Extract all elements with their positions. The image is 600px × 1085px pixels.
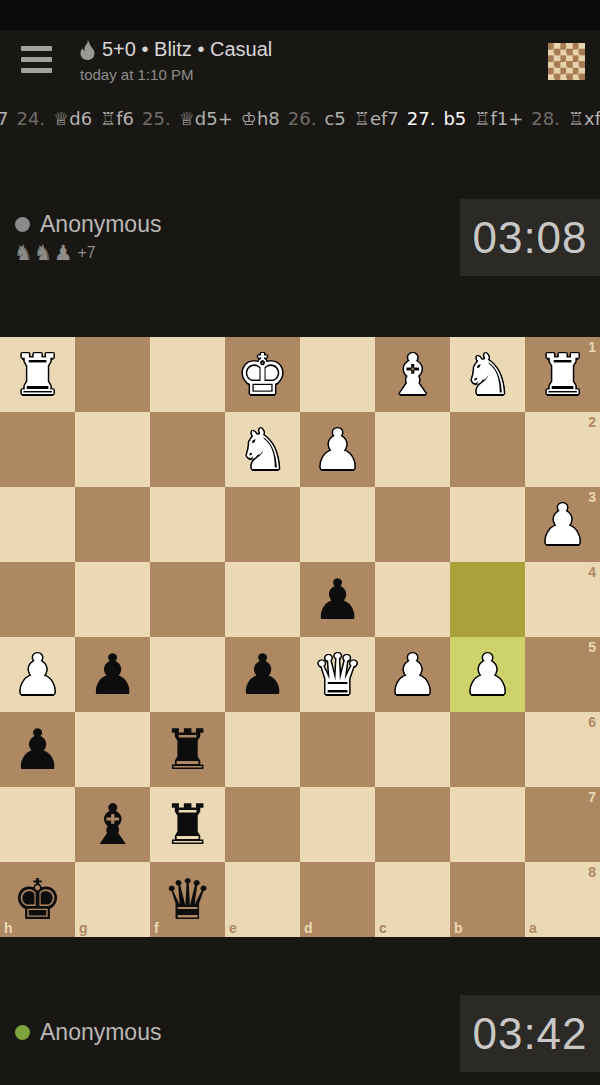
black-pawn[interactable]: ♟ <box>225 637 300 712</box>
square-f4[interactable] <box>150 562 225 637</box>
file-label: c <box>379 920 387 936</box>
square-c6[interactable] <box>375 712 450 787</box>
file-label: d <box>304 920 313 936</box>
square-g4[interactable] <box>75 562 150 637</box>
move[interactable]: ♕d6 <box>53 108 92 129</box>
square-h1[interactable]: ♜ <box>0 337 75 412</box>
game-title: 5+0 • Blitz • Casual <box>102 38 272 61</box>
square-d6[interactable] <box>300 712 375 787</box>
square-e2[interactable]: ♞ <box>225 412 300 487</box>
game-date: today at 1:10 PM <box>80 66 272 83</box>
square-c3[interactable] <box>375 487 450 562</box>
file-label: a <box>529 920 537 936</box>
file-label: f <box>154 920 159 936</box>
square-b5[interactable]: ♟ <box>450 637 525 712</box>
captured-piece: ♞ <box>14 241 33 265</box>
square-h2[interactable] <box>0 412 75 487</box>
rank-label: 8 <box>588 864 596 880</box>
square-e1[interactable]: ♚ <box>225 337 300 412</box>
menu-icon[interactable] <box>21 46 52 76</box>
rank-label: 3 <box>588 489 596 505</box>
white-knight[interactable]: ♞ <box>450 337 525 412</box>
square-f2[interactable] <box>150 412 225 487</box>
square-h8[interactable]: ♚h <box>0 862 75 937</box>
move[interactable]: 7 <box>0 108 8 129</box>
white-pawn[interactable]: ♟ <box>300 412 375 487</box>
rank-label: 5 <box>588 639 596 655</box>
square-b1[interactable]: ♞ <box>450 337 525 412</box>
file-label: b <box>454 920 463 936</box>
clock-top: 03:08 <box>460 199 600 276</box>
menu-bar <box>21 46 52 51</box>
move[interactable]: ♖xf1 <box>568 108 600 129</box>
black-pawn[interactable]: ♟ <box>300 562 375 637</box>
white-queen[interactable]: ♛ <box>300 637 375 712</box>
square-h5[interactable]: ♟ <box>0 637 75 712</box>
move-number: 28. <box>531 108 560 129</box>
square-a8[interactable]: 8a <box>525 862 600 937</box>
move[interactable]: b5 <box>443 108 466 129</box>
rank-label: 4 <box>588 564 596 580</box>
square-a3[interactable]: ♟3 <box>525 487 600 562</box>
square-b4[interactable] <box>450 562 525 637</box>
square-a5[interactable]: 5 <box>525 637 600 712</box>
square-e6[interactable] <box>225 712 300 787</box>
move-number: 25. <box>142 108 171 129</box>
black-pawn[interactable]: ♟ <box>0 712 75 787</box>
file-label: h <box>4 920 13 936</box>
square-f1[interactable] <box>150 337 225 412</box>
blitz-flame-icon <box>80 40 95 60</box>
move[interactable]: c5 <box>324 108 345 129</box>
square-c1[interactable]: ♝ <box>375 337 450 412</box>
captured-pieces: ♞♞♟ <box>14 241 73 265</box>
square-g1[interactable] <box>75 337 150 412</box>
player-status-dot <box>15 1025 30 1040</box>
square-b7[interactable] <box>450 787 525 862</box>
square-d8[interactable]: d <box>300 862 375 937</box>
black-bishop[interactable]: ♝ <box>75 787 150 862</box>
square-a6[interactable]: 6 <box>525 712 600 787</box>
move[interactable]: ♖f1+ <box>474 108 523 129</box>
square-h4[interactable] <box>0 562 75 637</box>
square-e8[interactable]: e <box>225 862 300 937</box>
square-c8[interactable]: c <box>375 862 450 937</box>
move-number: 24. <box>16 108 45 129</box>
white-pawn[interactable]: ♟ <box>0 637 75 712</box>
square-e7[interactable] <box>225 787 300 862</box>
square-a2[interactable]: 2 <box>525 412 600 487</box>
player-status-dot <box>15 217 30 232</box>
game-title-block: 5+0 • Blitz • Casual today at 1:10 PM <box>80 38 272 83</box>
square-c4[interactable] <box>375 562 450 637</box>
square-d4[interactable]: ♟ <box>300 562 375 637</box>
square-g3[interactable] <box>75 487 150 562</box>
square-g2[interactable] <box>75 412 150 487</box>
square-f6[interactable]: ♜ <box>150 712 225 787</box>
player-top-panel: Anonymous ♞♞♟ +7 03:08 <box>0 199 600 277</box>
lichess-game-screen: 5+0 • Blitz • Casual today at 1:10 PM 72… <box>0 0 600 1085</box>
square-d5[interactable]: ♛ <box>300 637 375 712</box>
move[interactable]: ♔h8 <box>241 108 280 129</box>
square-e4[interactable] <box>225 562 300 637</box>
square-f3[interactable] <box>150 487 225 562</box>
rank-label: 6 <box>588 714 596 730</box>
material-advantage: +7 <box>77 241 95 265</box>
rank-label: 1 <box>588 339 596 355</box>
black-rook[interactable]: ♜ <box>150 787 225 862</box>
status-bar <box>0 0 600 30</box>
square-h3[interactable] <box>0 487 75 562</box>
square-e3[interactable] <box>225 487 300 562</box>
square-c5[interactable]: ♟ <box>375 637 450 712</box>
square-f7[interactable]: ♜ <box>150 787 225 862</box>
square-b6[interactable] <box>450 712 525 787</box>
black-pawn[interactable]: ♟ <box>75 637 150 712</box>
white-pawn[interactable]: ♟ <box>450 637 525 712</box>
white-bishop[interactable]: ♝ <box>375 337 450 412</box>
square-c2[interactable] <box>375 412 450 487</box>
square-h6[interactable]: ♟ <box>0 712 75 787</box>
square-d7[interactable] <box>300 787 375 862</box>
white-king[interactable]: ♚ <box>225 337 300 412</box>
square-g8[interactable]: g <box>75 862 150 937</box>
square-a1[interactable]: ♜1 <box>525 337 600 412</box>
app-header: 5+0 • Blitz • Casual today at 1:10 PM <box>0 30 600 100</box>
black-queen[interactable]: ♛ <box>150 862 225 937</box>
mini-chessboard-icon[interactable] <box>548 43 585 80</box>
move-number: 26. <box>288 108 317 129</box>
captured-piece: ♟ <box>54 241 73 265</box>
white-pawn[interactable]: ♟ <box>375 637 450 712</box>
chess-board[interactable]: ♜♚♝♞♜1♞♟2♟3♟4♟♟♟♛♟♟5♟♜6♝♜7♚hg♛fedcb8a <box>0 337 600 937</box>
black-rook[interactable]: ♜ <box>150 712 225 787</box>
square-b2[interactable] <box>450 412 525 487</box>
square-f8[interactable]: ♛f <box>150 862 225 937</box>
white-rook[interactable]: ♜ <box>0 337 75 412</box>
player-name: Anonymous <box>40 1019 161 1046</box>
square-h7[interactable] <box>0 787 75 862</box>
square-b8[interactable]: b <box>450 862 525 937</box>
captured-piece: ♞ <box>34 241 53 265</box>
square-b3[interactable] <box>450 487 525 562</box>
player-bottom-panel: Anonymous 03:42 <box>0 995 600 1072</box>
file-label: e <box>229 920 237 936</box>
square-d3[interactable] <box>300 487 375 562</box>
move-number: 27. <box>407 108 436 129</box>
move[interactable]: ♖f6 <box>100 108 134 129</box>
player-name: Anonymous <box>40 211 161 238</box>
square-g7[interactable]: ♝ <box>75 787 150 862</box>
square-g5[interactable]: ♟ <box>75 637 150 712</box>
file-label: g <box>79 920 88 936</box>
menu-bar <box>21 68 52 73</box>
square-g6[interactable] <box>75 712 150 787</box>
square-d2[interactable]: ♟ <box>300 412 375 487</box>
square-c7[interactable] <box>375 787 450 862</box>
square-e5[interactable]: ♟ <box>225 637 300 712</box>
rank-label: 2 <box>588 414 596 430</box>
square-a4[interactable]: 4 <box>525 562 600 637</box>
move[interactable]: ♖ef7 <box>354 108 399 129</box>
move[interactable]: ♕d5+ <box>179 108 233 129</box>
square-d1[interactable] <box>300 337 375 412</box>
white-knight[interactable]: ♞ <box>225 412 300 487</box>
menu-bar <box>21 57 52 62</box>
move-list[interactable]: 724.♕d6♖f625.♕d5+♔h826.c5♖ef727.b5♖f1+28… <box>0 103 600 135</box>
square-f5[interactable] <box>150 637 225 712</box>
square-a7[interactable]: 7 <box>525 787 600 862</box>
rank-label: 7 <box>588 789 596 805</box>
clock-bottom: 03:42 <box>460 995 600 1072</box>
